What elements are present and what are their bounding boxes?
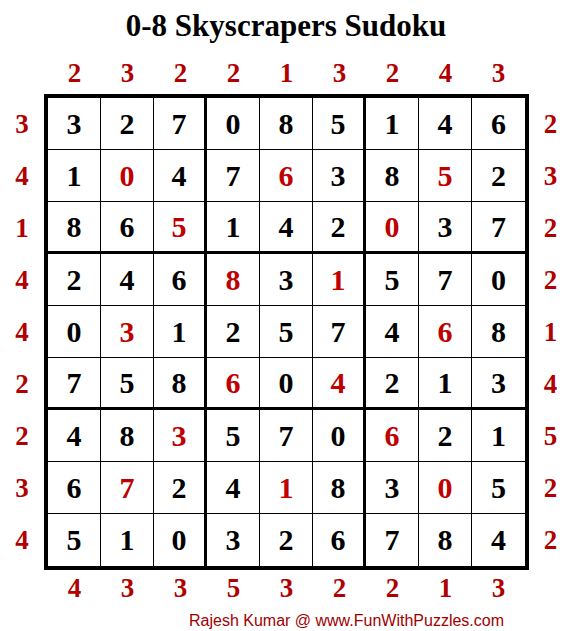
cell-r1c9[interactable]: 6	[472, 98, 525, 150]
cell-r8c4[interactable]: 4	[207, 462, 260, 514]
cell-r7c1[interactable]: 4	[48, 410, 101, 462]
board-band: 341442234 327085146104763852865142037246…	[0, 94, 572, 570]
cell-r8c6[interactable]: 8	[313, 462, 366, 514]
bottom-clues-row: 433532213	[48, 570, 525, 606]
cell-r7c4[interactable]: 5	[207, 410, 260, 462]
skyscraper-clue-top-7: 2	[366, 60, 419, 87]
cell-r3c1[interactable]: 8	[48, 202, 101, 254]
cell-r5c3[interactable]: 1	[154, 306, 207, 358]
cell-r4c3[interactable]: 6	[154, 254, 207, 306]
cell-r6c9[interactable]: 3	[472, 358, 525, 410]
cell-r4c1[interactable]: 2	[48, 254, 101, 306]
skyscraper-clue-left-7: 2	[0, 410, 44, 462]
skyscraper-clue-bottom-6: 2	[313, 575, 366, 602]
skyscraper-clue-right-5: 1	[529, 306, 572, 358]
skyscraper-clue-left-6: 2	[0, 358, 44, 410]
skyscraper-clue-top-1: 2	[48, 60, 101, 87]
cell-r2c4[interactable]: 7	[207, 150, 260, 202]
cell-r7c9[interactable]: 1	[472, 410, 525, 462]
cell-r8c9[interactable]: 5	[472, 462, 525, 514]
top-clues-row: 232213243	[48, 48, 525, 94]
cell-r9c9[interactable]: 4	[472, 514, 525, 566]
cell-r8c5[interactable]: 1	[260, 462, 313, 514]
cell-r3c7[interactable]: 0	[366, 202, 419, 254]
cell-r1c1[interactable]: 3	[48, 98, 101, 150]
skyscraper-clue-bottom-5: 3	[260, 575, 313, 602]
cell-r9c1[interactable]: 5	[48, 514, 101, 566]
cell-r4c6[interactable]: 1	[313, 254, 366, 306]
cell-r8c3[interactable]: 2	[154, 462, 207, 514]
cell-r9c7[interactable]: 7	[366, 514, 419, 566]
cell-r3c8[interactable]: 3	[419, 202, 472, 254]
puzzle-page: 0-8 Skyscrapers Sudoku 232213243 3414422…	[0, 0, 572, 631]
cell-r8c1[interactable]: 6	[48, 462, 101, 514]
cell-r5c8[interactable]: 6	[419, 306, 472, 358]
skyscraper-clue-right-7: 5	[529, 410, 572, 462]
skyscraper-clue-left-9: 4	[0, 514, 44, 566]
cell-r4c2[interactable]: 4	[101, 254, 154, 306]
cell-r6c3[interactable]: 8	[154, 358, 207, 410]
cell-r2c7[interactable]: 8	[366, 150, 419, 202]
cell-r9c2[interactable]: 1	[101, 514, 154, 566]
cell-r3c9[interactable]: 7	[472, 202, 525, 254]
cell-r3c4[interactable]: 1	[207, 202, 260, 254]
cell-r3c2[interactable]: 6	[101, 202, 154, 254]
cell-r4c5[interactable]: 3	[260, 254, 313, 306]
cell-r5c1[interactable]: 0	[48, 306, 101, 358]
cell-r7c5[interactable]: 7	[260, 410, 313, 462]
cell-r5c5[interactable]: 5	[260, 306, 313, 358]
cell-r5c4[interactable]: 2	[207, 306, 260, 358]
right-clues-column: 232214522	[529, 98, 572, 570]
cell-r1c6[interactable]: 5	[313, 98, 366, 150]
credit-text: Rajesh Kumar @ www.FunWithPuzzles.com	[0, 612, 572, 630]
cell-r4c8[interactable]: 7	[419, 254, 472, 306]
skyscraper-clue-right-4: 2	[529, 254, 572, 306]
cell-r7c6[interactable]: 0	[313, 410, 366, 462]
skyscraper-clue-bottom-9: 3	[472, 575, 525, 602]
skyscraper-clue-top-8: 4	[419, 60, 472, 87]
cell-r6c4[interactable]: 6	[207, 358, 260, 410]
skyscraper-clue-top-5: 1	[260, 60, 313, 87]
sudoku-board: 3270851461047638528651420372468315700312…	[44, 94, 529, 570]
cell-r8c8[interactable]: 0	[419, 462, 472, 514]
skyscraper-clue-right-1: 2	[529, 98, 572, 150]
left-clues-column: 341442234	[0, 98, 44, 570]
cell-r3c3[interactable]: 5	[154, 202, 207, 254]
skyscraper-clue-right-8: 2	[529, 462, 572, 514]
skyscraper-clue-bottom-7: 2	[366, 575, 419, 602]
cell-r2c8[interactable]: 5	[419, 150, 472, 202]
cell-r2c5[interactable]: 6	[260, 150, 313, 202]
cell-r5c7[interactable]: 4	[366, 306, 419, 358]
cell-r2c1[interactable]: 1	[48, 150, 101, 202]
cell-r6c5[interactable]: 0	[260, 358, 313, 410]
skyscraper-clue-left-5: 4	[0, 306, 44, 358]
cell-r5c6[interactable]: 7	[313, 306, 366, 358]
cell-r5c9[interactable]: 8	[472, 306, 525, 358]
skyscraper-clue-top-3: 2	[154, 60, 207, 87]
cell-r7c8[interactable]: 2	[419, 410, 472, 462]
cell-r6c1[interactable]: 7	[48, 358, 101, 410]
skyscraper-clue-right-3: 2	[529, 202, 572, 254]
cell-r6c6[interactable]: 4	[313, 358, 366, 410]
skyscraper-clue-top-9: 3	[472, 60, 525, 87]
cell-r2c6[interactable]: 3	[313, 150, 366, 202]
cell-r2c2[interactable]: 0	[101, 150, 154, 202]
cell-r3c6[interactable]: 2	[313, 202, 366, 254]
skyscraper-clue-bottom-2: 3	[101, 575, 154, 602]
cell-r4c4[interactable]: 8	[207, 254, 260, 306]
skyscraper-clue-top-4: 2	[207, 60, 260, 87]
cell-r3c5[interactable]: 4	[260, 202, 313, 254]
cell-r2c9[interactable]: 2	[472, 150, 525, 202]
skyscraper-clue-left-4: 4	[0, 254, 44, 306]
skyscraper-clue-left-3: 1	[0, 202, 44, 254]
cell-r9c3[interactable]: 0	[154, 514, 207, 566]
skyscraper-clue-top-6: 3	[313, 60, 366, 87]
skyscraper-clue-left-8: 3	[0, 462, 44, 514]
cell-r7c2[interactable]: 8	[101, 410, 154, 462]
cell-r9c8[interactable]: 8	[419, 514, 472, 566]
cell-r1c5[interactable]: 8	[260, 98, 313, 150]
skyscraper-clue-bottom-4: 5	[207, 575, 260, 602]
skyscraper-clue-bottom-1: 4	[48, 575, 101, 602]
cell-r4c7[interactable]: 5	[366, 254, 419, 306]
cell-r6c8[interactable]: 1	[419, 358, 472, 410]
skyscraper-clue-right-6: 4	[529, 358, 572, 410]
puzzle-title: 0-8 Skyscrapers Sudoku	[0, 0, 572, 48]
cell-r7c7[interactable]: 6	[366, 410, 419, 462]
skyscraper-clue-left-2: 4	[0, 150, 44, 202]
cell-r1c4[interactable]: 0	[207, 98, 260, 150]
cell-r8c7[interactable]: 3	[366, 462, 419, 514]
cell-r9c5[interactable]: 2	[260, 514, 313, 566]
cell-r8c2[interactable]: 7	[101, 462, 154, 514]
skyscraper-clue-right-9: 2	[529, 514, 572, 566]
cell-r9c6[interactable]: 6	[313, 514, 366, 566]
skyscraper-clue-bottom-3: 3	[154, 575, 207, 602]
cell-r1c7[interactable]: 1	[366, 98, 419, 150]
cell-r6c2[interactable]: 5	[101, 358, 154, 410]
cell-r7c3[interactable]: 3	[154, 410, 207, 462]
cell-r5c2[interactable]: 3	[101, 306, 154, 358]
skyscraper-clue-left-1: 3	[0, 98, 44, 150]
cell-r6c7[interactable]: 2	[366, 358, 419, 410]
cell-r1c8[interactable]: 4	[419, 98, 472, 150]
skyscraper-clue-bottom-8: 1	[419, 575, 472, 602]
cell-r9c4[interactable]: 3	[207, 514, 260, 566]
cell-r4c9[interactable]: 0	[472, 254, 525, 306]
skyscraper-clue-right-2: 3	[529, 150, 572, 202]
cell-r1c2[interactable]: 2	[101, 98, 154, 150]
skyscraper-clue-top-2: 3	[101, 60, 154, 87]
cell-r2c3[interactable]: 4	[154, 150, 207, 202]
cell-r1c3[interactable]: 7	[154, 98, 207, 150]
